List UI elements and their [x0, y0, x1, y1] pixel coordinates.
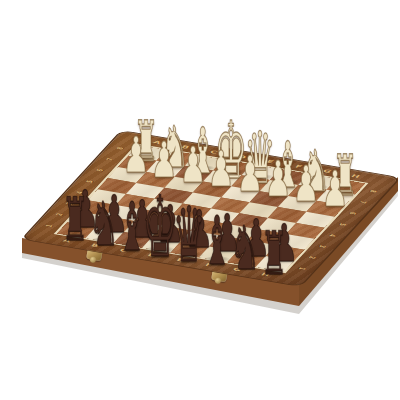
chess-set-photo: AA88BB77CC66DD55EE44FF33GG22HH11 ♜♞♝♚♛♝♞… [0, 0, 400, 400]
